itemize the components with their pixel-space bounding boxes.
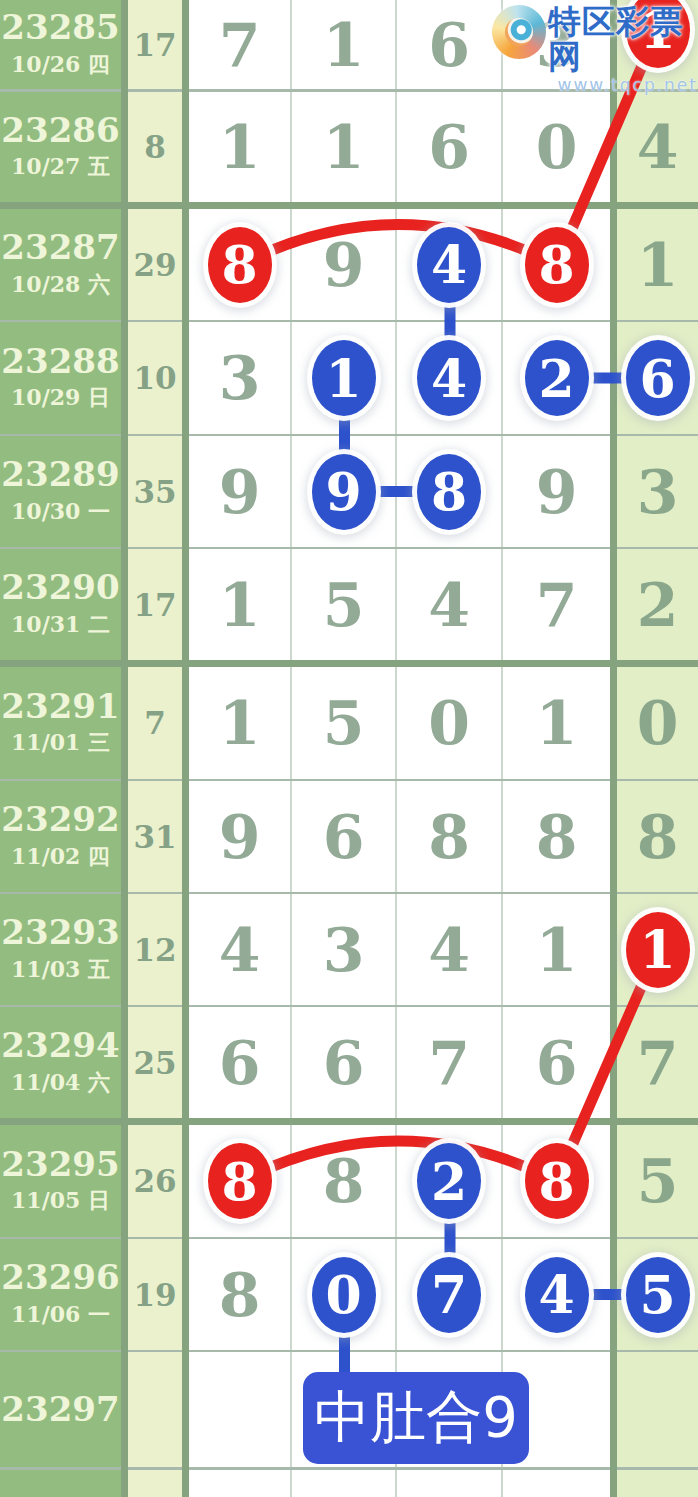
draw-date: 11/04 六 <box>11 1068 110 1098</box>
sum-cell: 25 <box>128 1007 182 1118</box>
blue-circle-mark: 4 <box>417 227 481 303</box>
period-number: 23296 <box>1 1259 119 1296</box>
period-number: 23293 <box>1 914 119 951</box>
digit-cell: 7 <box>397 1239 503 1350</box>
period-cell: 2328610/27 五 <box>0 92 121 202</box>
digit-cell: 8 <box>397 781 503 892</box>
red-circle-mark: 1 <box>626 912 690 988</box>
table-row: 2329010/31 二1715472 <box>0 549 698 660</box>
period-number: 23294 <box>1 1027 119 1064</box>
table-row: 2328710/28 六2989481 <box>0 209 698 320</box>
site-name: 特区彩票网 <box>548 5 698 74</box>
digit-cell: 6 <box>189 1007 292 1118</box>
column-divider <box>610 0 617 1497</box>
blue-circle-mark: 7 <box>417 1257 481 1333</box>
digit-cell <box>189 1470 292 1497</box>
draw-date: 10/29 日 <box>11 383 110 413</box>
digit-cell: 9 <box>292 209 397 320</box>
digit-cell: 9 <box>189 436 292 547</box>
period-cell: 2329611/06 一 <box>0 1239 121 1350</box>
blue-circle-mark: 4 <box>417 340 481 416</box>
digit-cell: 8 <box>397 436 503 547</box>
digit-cell: 8 <box>292 1125 397 1237</box>
extra-digit-cell <box>617 1470 698 1497</box>
sum-cell: 10 <box>128 322 182 434</box>
sum-cell: 29 <box>128 209 182 320</box>
extra-digit-cell: 5 <box>617 1239 698 1350</box>
blue-circle-mark: 8 <box>417 454 481 530</box>
extra-digit-cell: 3 <box>617 436 698 547</box>
sum-cell: 17 <box>128 0 182 89</box>
digit-cell: 2 <box>397 1125 503 1237</box>
red-circle-mark: 8 <box>208 227 272 303</box>
sum-cell: 8 <box>128 92 182 202</box>
period-number: 23288 <box>1 343 119 380</box>
period-number: 23292 <box>1 801 119 838</box>
sum-cell: 12 <box>128 894 182 1005</box>
period-cell: 2329111/01 三 <box>0 667 121 779</box>
table-row: 2328610/27 五811604 <box>0 92 698 202</box>
lottery-trend-board: 2328510/26 四17716312328610/27 五811604232… <box>0 0 698 1497</box>
table-row: 2329311/03 五1243411 <box>0 894 698 1005</box>
extra-digit-cell: 1 <box>617 209 698 320</box>
period-cell: 2328810/29 日 <box>0 322 121 434</box>
digit-cell: 7 <box>503 549 610 660</box>
site-logo[interactable]: 特区彩票网 www.tqcp.net <box>492 5 698 95</box>
draw-date: 10/31 二 <box>11 610 110 640</box>
extra-digit-cell: 4 <box>617 92 698 202</box>
digit-cell: 5 <box>292 667 397 779</box>
draw-date: 11/05 日 <box>11 1186 110 1216</box>
draw-date: 11/01 三 <box>11 728 110 758</box>
sum-cell: 19 <box>128 1239 182 1350</box>
sum-cell <box>128 1470 182 1497</box>
digit-cell <box>397 1470 503 1497</box>
digit-cell: 1 <box>189 667 292 779</box>
digit-cell: 1 <box>292 92 397 202</box>
period-number: 23285 <box>1 9 119 46</box>
period-cell: 2328510/26 四 <box>0 0 121 89</box>
digit-cell: 1 <box>292 0 397 89</box>
draw-date: 10/30 一 <box>11 497 110 527</box>
period-cell <box>0 1470 121 1497</box>
sum-cell: 31 <box>128 781 182 892</box>
row-separator <box>0 660 698 667</box>
period-cell: 23297 <box>0 1352 121 1467</box>
period-number: 23287 <box>1 229 119 266</box>
sum-cell: 7 <box>128 667 182 779</box>
sum-cell: 17 <box>128 549 182 660</box>
blue-circle-mark: 5 <box>626 1257 690 1333</box>
digit-cell: 6 <box>292 1007 397 1118</box>
digit-cell: 6 <box>503 1007 610 1118</box>
draw-date: 10/28 六 <box>11 270 110 300</box>
digit-cell: 3 <box>292 894 397 1005</box>
draw-date: 10/26 四 <box>11 50 110 80</box>
blue-circle-mark: 9 <box>312 454 376 530</box>
blue-circle-mark: 2 <box>525 340 589 416</box>
site-url: www.tqcp.net <box>558 75 698 95</box>
sum-cell <box>128 1352 182 1467</box>
extra-digit-cell: 0 <box>617 667 698 779</box>
digit-cell: 9 <box>503 436 610 547</box>
column-divider <box>182 0 189 1497</box>
table-row: 2329411/04 六2566767 <box>0 1007 698 1118</box>
table-row: 2328910/30 一3599893 <box>0 436 698 547</box>
sum-cell: 35 <box>128 436 182 547</box>
digit-cell: 8 <box>189 209 292 320</box>
extra-digit-cell <box>617 1352 698 1467</box>
row-separator <box>0 1118 698 1125</box>
table-row: 2329211/02 四3196888 <box>0 781 698 892</box>
digit-cell: 9 <box>292 436 397 547</box>
red-circle-mark: 8 <box>525 227 589 303</box>
digit-cell: 0 <box>397 667 503 779</box>
blue-circle-mark: 1 <box>312 340 376 416</box>
period-number: 23291 <box>1 688 119 725</box>
digit-cell: 9 <box>189 781 292 892</box>
digit-cell: 8 <box>189 1125 292 1237</box>
extra-digit-cell: 1 <box>617 894 698 1005</box>
table-row: 2328810/29 日1031426 <box>0 322 698 434</box>
digit-cell: 4 <box>397 549 503 660</box>
period-number: 23286 <box>1 112 119 149</box>
red-circle-mark: 8 <box>525 1143 589 1219</box>
digit-cell: 7 <box>397 1007 503 1118</box>
blue-circle-mark: 4 <box>525 1257 589 1333</box>
period-number: 23297 <box>1 1391 119 1428</box>
red-circle-mark: 8 <box>208 1143 272 1219</box>
digit-cell: 6 <box>397 92 503 202</box>
table-row: 2329611/06 一1980745 <box>0 1239 698 1350</box>
digit-cell: 0 <box>292 1239 397 1350</box>
digit-cell: 1 <box>189 92 292 202</box>
period-cell: 2329411/04 六 <box>0 1007 121 1118</box>
digit-cell: 4 <box>503 1239 610 1350</box>
period-cell: 2329010/31 二 <box>0 549 121 660</box>
digit-cell: 8 <box>189 1239 292 1350</box>
period-cell: 2329211/02 四 <box>0 781 121 892</box>
draw-date: 11/02 四 <box>11 842 110 872</box>
digit-cell: 1 <box>189 549 292 660</box>
period-cell: 2329311/03 五 <box>0 894 121 1005</box>
logo-swirl-icon <box>492 5 546 59</box>
period-cell: 2328710/28 六 <box>0 209 121 320</box>
digit-cell: 3 <box>189 322 292 434</box>
digit-cell <box>189 1352 292 1467</box>
digit-cell: 8 <box>503 781 610 892</box>
digit-cell: 0 <box>503 92 610 202</box>
period-cell: 2329511/05 日 <box>0 1125 121 1237</box>
digit-cell: 2 <box>503 322 610 434</box>
period-number: 23290 <box>1 569 119 606</box>
blue-circle-mark: 6 <box>626 340 690 416</box>
digit-cell: 4 <box>397 209 503 320</box>
table-row: 2329511/05 日2688285 <box>0 1125 698 1237</box>
digit-cell: 8 <box>503 1125 610 1237</box>
table-row: 2329111/01 三715010 <box>0 667 698 779</box>
extra-digit-cell: 5 <box>617 1125 698 1237</box>
digit-cell: 1 <box>503 894 610 1005</box>
logo-text: 特区彩票网 www.tqcp.net <box>548 5 698 95</box>
digit-cell: 8 <box>503 209 610 320</box>
period-number: 23295 <box>1 1146 119 1183</box>
trend-table: 2328510/26 四17716312328610/27 五811604232… <box>0 0 698 1497</box>
extra-digit-cell: 7 <box>617 1007 698 1118</box>
digit-cell: 6 <box>397 0 503 89</box>
sum-cell: 26 <box>128 1125 182 1237</box>
annotation-label: 中肚合9 <box>303 1372 529 1464</box>
digit-cell: 1 <box>503 667 610 779</box>
extra-digit-cell: 8 <box>617 781 698 892</box>
digit-cell <box>503 1470 610 1497</box>
period-number: 23289 <box>1 456 119 493</box>
draw-date: 11/06 一 <box>11 1300 110 1330</box>
digit-cell: 7 <box>189 0 292 89</box>
draw-date: 10/27 五 <box>11 152 110 182</box>
row-separator <box>0 202 698 209</box>
blue-circle-mark: 0 <box>312 1257 376 1333</box>
digit-cell: 4 <box>397 322 503 434</box>
extra-digit-cell: 2 <box>617 549 698 660</box>
digit-cell: 6 <box>292 781 397 892</box>
digit-cell: 4 <box>189 894 292 1005</box>
column-divider <box>121 0 128 1497</box>
blue-circle-mark: 2 <box>417 1143 481 1219</box>
draw-date: 11/03 五 <box>11 955 110 985</box>
extra-digit-cell: 6 <box>617 322 698 434</box>
digit-cell: 1 <box>292 322 397 434</box>
period-cell: 2328910/30 一 <box>0 436 121 547</box>
digit-cell: 5 <box>292 549 397 660</box>
table-row <box>0 1470 698 1497</box>
digit-cell: 4 <box>397 894 503 1005</box>
digit-cell <box>292 1470 397 1497</box>
